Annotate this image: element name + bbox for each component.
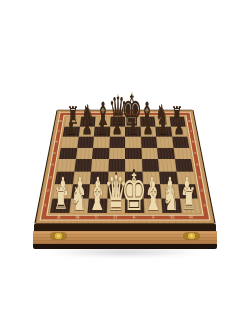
square-g7: [155, 126, 171, 136]
rank-label: 7: [190, 130, 193, 133]
square-a7: [63, 126, 80, 136]
rank-label: 3: [198, 176, 201, 179]
square-b5: [76, 147, 93, 159]
file-label: D: [113, 216, 117, 220]
file-label: F: [146, 112, 148, 115]
square-g2: [160, 184, 179, 198]
square-b7: [78, 126, 94, 136]
square-h3: [176, 171, 195, 184]
file-label: A: [57, 216, 61, 220]
square-g4: [158, 159, 176, 171]
square-e7: [125, 126, 141, 136]
square-h8: [169, 117, 185, 127]
rank-label: 4: [196, 163, 199, 166]
square-f7: [140, 126, 156, 136]
square-e5: [125, 147, 142, 159]
box-shadow: [44, 247, 206, 257]
rank-label: 3: [49, 176, 52, 179]
square-h4: [175, 159, 194, 171]
square-d2: [107, 184, 125, 198]
square-c4: [91, 159, 109, 171]
rank-label: 6: [192, 141, 195, 144]
square-h7: [170, 126, 187, 136]
product-photo: AABBCCDDEEFFGGHH8877665544332211 ♜♞♝♛♚♝♞…: [0, 0, 246, 328]
square-a6: [61, 137, 78, 148]
rank-label: 8: [188, 120, 191, 122]
square-e4: [125, 159, 142, 171]
square-g3: [159, 171, 178, 184]
square-d8: [110, 117, 125, 127]
square-g6: [156, 137, 173, 148]
square-a5: [59, 147, 77, 159]
square-b8: [80, 117, 96, 127]
finial-dot: [132, 92, 134, 95]
rank-label: 6: [55, 141, 58, 144]
square-f6: [141, 137, 157, 148]
square-b2: [71, 184, 90, 198]
square-h6: [172, 137, 189, 148]
rank-label: 2: [200, 189, 204, 193]
square-h1: [179, 198, 200, 213]
rank-label: 5: [194, 152, 197, 155]
square-a2: [53, 184, 73, 198]
square-c7: [94, 126, 110, 136]
square-b1: [69, 198, 89, 213]
square-c6: [93, 137, 109, 148]
square-b6: [77, 137, 94, 148]
square-d1: [106, 198, 125, 213]
file-label: G: [170, 216, 174, 220]
square-d6: [109, 137, 125, 148]
square-g1: [161, 198, 181, 213]
brass-latch-right: [184, 233, 199, 239]
square-h2: [178, 184, 198, 198]
square-f1: [143, 198, 162, 213]
square-b4: [74, 159, 92, 171]
square-d3: [107, 171, 125, 184]
square-g8: [154, 117, 170, 127]
square-f5: [141, 147, 158, 159]
file-label: C: [95, 216, 99, 220]
file-label: B: [87, 112, 90, 115]
square-c3: [90, 171, 108, 184]
square-e2: [125, 184, 143, 198]
file-label: A: [72, 112, 75, 115]
board-grid: [50, 117, 200, 213]
file-label: C: [102, 112, 105, 115]
finial-dot: [117, 94, 118, 97]
rank-label: 8: [59, 120, 62, 122]
file-label: B: [76, 216, 80, 220]
square-g5: [157, 147, 174, 159]
square-f2: [143, 184, 162, 198]
square-e8: [125, 117, 140, 127]
square-f8: [140, 117, 156, 127]
file-label: D: [116, 112, 119, 115]
square-a4: [57, 159, 76, 171]
file-label: E: [133, 216, 136, 220]
square-c8: [95, 117, 111, 127]
square-b3: [72, 171, 91, 184]
square-f3: [142, 171, 160, 184]
file-label: H: [189, 216, 194, 220]
square-a3: [55, 171, 74, 184]
file-label: H: [174, 112, 177, 115]
square-c2: [89, 184, 108, 198]
square-d5: [109, 147, 126, 159]
square-f4: [142, 159, 160, 171]
rank-label: 7: [57, 130, 60, 133]
square-e1: [125, 198, 144, 213]
brass-latch-left: [51, 233, 66, 239]
rank-label: 4: [51, 163, 54, 166]
rank-label: 1: [43, 204, 47, 208]
square-a1: [50, 198, 71, 213]
file-label: E: [131, 112, 134, 115]
square-c5: [92, 147, 109, 159]
file-label: G: [160, 112, 163, 115]
square-a8: [64, 117, 80, 127]
rank-label: 1: [203, 204, 207, 208]
chess-board: AABBCCDDEEFFGGHH8877665544332211: [34, 110, 216, 224]
rank-label: 5: [53, 152, 56, 155]
square-c1: [88, 198, 107, 213]
rank-label: 2: [46, 189, 50, 193]
square-e6: [125, 137, 141, 148]
square-d4: [108, 159, 125, 171]
square-e3: [125, 171, 143, 184]
square-h5: [173, 147, 191, 159]
file-label: F: [152, 216, 155, 220]
square-d7: [109, 126, 125, 136]
